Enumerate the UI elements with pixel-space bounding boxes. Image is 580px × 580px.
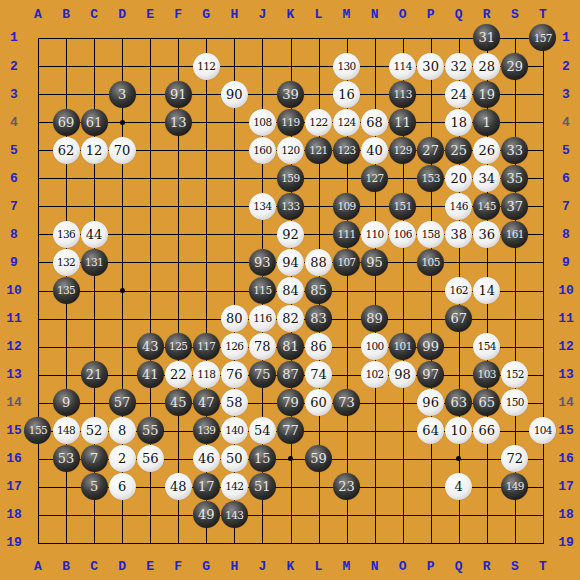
intersection-K13[interactable]: 87 <box>276 361 304 389</box>
intersection-L8[interactable] <box>304 220 332 248</box>
intersection-B7[interactable] <box>52 192 80 220</box>
intersection-N14[interactable] <box>361 389 389 417</box>
intersection-P19[interactable] <box>417 529 445 557</box>
intersection-H11[interactable]: 80 <box>220 304 248 332</box>
intersection-D17[interactable]: 6 <box>108 473 136 501</box>
intersection-P18[interactable] <box>417 501 445 529</box>
intersection-F18[interactable] <box>164 501 192 529</box>
intersection-H15[interactable]: 140 <box>220 417 248 445</box>
intersection-F10[interactable] <box>164 276 192 304</box>
intersection-L11[interactable]: 83 <box>304 304 332 332</box>
intersection-L12[interactable]: 86 <box>304 332 332 360</box>
intersection-E19[interactable] <box>136 529 164 557</box>
intersection-D4[interactable] <box>108 108 136 136</box>
intersection-T12[interactable] <box>529 332 557 360</box>
intersection-Q6[interactable]: 20 <box>445 164 473 192</box>
intersection-J3[interactable] <box>248 80 276 108</box>
intersection-S17[interactable]: 149 <box>501 473 529 501</box>
intersection-H8[interactable] <box>220 220 248 248</box>
intersection-E7[interactable] <box>136 192 164 220</box>
intersection-B17[interactable] <box>52 473 80 501</box>
intersection-D11[interactable] <box>108 304 136 332</box>
intersection-G7[interactable] <box>192 192 220 220</box>
intersection-R13[interactable]: 103 <box>473 361 501 389</box>
intersection-H13[interactable]: 76 <box>220 361 248 389</box>
intersection-H2[interactable] <box>220 52 248 80</box>
intersection-E13[interactable]: 41 <box>136 361 164 389</box>
intersection-B12[interactable] <box>52 332 80 360</box>
intersection-R9[interactable] <box>473 248 501 276</box>
intersection-G2[interactable]: 112 <box>192 52 220 80</box>
intersection-N4[interactable]: 68 <box>361 108 389 136</box>
intersection-Q11[interactable]: 67 <box>445 304 473 332</box>
intersection-F6[interactable] <box>164 164 192 192</box>
intersection-G19[interactable] <box>192 529 220 557</box>
intersection-K19[interactable] <box>276 529 304 557</box>
intersection-Q15[interactable]: 10 <box>445 417 473 445</box>
intersection-G17[interactable]: 17 <box>192 473 220 501</box>
intersection-C15[interactable]: 52 <box>80 417 108 445</box>
intersection-P7[interactable] <box>417 192 445 220</box>
intersection-O8[interactable]: 106 <box>389 220 417 248</box>
intersection-N15[interactable] <box>361 417 389 445</box>
intersection-G14[interactable]: 47 <box>192 389 220 417</box>
intersection-G9[interactable] <box>192 248 220 276</box>
intersection-L1[interactable] <box>304 24 332 52</box>
intersection-R19[interactable] <box>473 529 501 557</box>
intersection-L7[interactable] <box>304 192 332 220</box>
intersection-J14[interactable] <box>248 389 276 417</box>
intersection-G4[interactable] <box>192 108 220 136</box>
intersection-A4[interactable] <box>24 108 52 136</box>
intersection-K8[interactable]: 92 <box>276 220 304 248</box>
intersection-J13[interactable]: 75 <box>248 361 276 389</box>
intersection-O13[interactable]: 98 <box>389 361 417 389</box>
intersection-A9[interactable] <box>24 248 52 276</box>
intersection-G11[interactable] <box>192 304 220 332</box>
intersection-S10[interactable] <box>501 276 529 304</box>
intersection-B13[interactable] <box>52 361 80 389</box>
intersection-A6[interactable] <box>24 164 52 192</box>
intersection-J4[interactable]: 108 <box>248 108 276 136</box>
intersection-S8[interactable]: 161 <box>501 220 529 248</box>
intersection-P11[interactable] <box>417 304 445 332</box>
intersection-K2[interactable] <box>276 52 304 80</box>
intersection-P1[interactable] <box>417 24 445 52</box>
intersection-A17[interactable] <box>24 473 52 501</box>
intersection-C18[interactable] <box>80 501 108 529</box>
intersection-K6[interactable]: 159 <box>276 164 304 192</box>
intersection-S7[interactable]: 37 <box>501 192 529 220</box>
intersection-P4[interactable] <box>417 108 445 136</box>
intersection-H1[interactable] <box>220 24 248 52</box>
intersection-P6[interactable]: 153 <box>417 164 445 192</box>
intersection-B14[interactable]: 9 <box>52 389 80 417</box>
intersection-J15[interactable]: 54 <box>248 417 276 445</box>
intersection-A11[interactable] <box>24 304 52 332</box>
intersection-H18[interactable]: 143 <box>220 501 248 529</box>
intersection-K1[interactable] <box>276 24 304 52</box>
intersection-M12[interactable] <box>332 332 360 360</box>
intersection-F19[interactable] <box>164 529 192 557</box>
intersection-Q7[interactable]: 146 <box>445 192 473 220</box>
intersection-L2[interactable] <box>304 52 332 80</box>
intersection-T10[interactable] <box>529 276 557 304</box>
intersection-Q14[interactable]: 63 <box>445 389 473 417</box>
intersection-R7[interactable]: 145 <box>473 192 501 220</box>
intersection-K7[interactable]: 133 <box>276 192 304 220</box>
intersection-S18[interactable] <box>501 501 529 529</box>
intersection-E5[interactable] <box>136 136 164 164</box>
intersection-F11[interactable] <box>164 304 192 332</box>
intersection-O3[interactable]: 113 <box>389 80 417 108</box>
intersection-K12[interactable]: 81 <box>276 332 304 360</box>
intersection-B10[interactable]: 135 <box>52 276 80 304</box>
intersection-T7[interactable] <box>529 192 557 220</box>
intersection-Q16[interactable] <box>445 445 473 473</box>
intersection-N18[interactable] <box>361 501 389 529</box>
intersection-F16[interactable] <box>164 445 192 473</box>
intersection-Q5[interactable]: 25 <box>445 136 473 164</box>
intersection-L13[interactable]: 74 <box>304 361 332 389</box>
intersection-H16[interactable]: 50 <box>220 445 248 473</box>
intersection-D12[interactable] <box>108 332 136 360</box>
intersection-D1[interactable] <box>108 24 136 52</box>
intersection-E1[interactable] <box>136 24 164 52</box>
intersection-F9[interactable] <box>164 248 192 276</box>
intersection-E15[interactable]: 55 <box>136 417 164 445</box>
intersection-L15[interactable] <box>304 417 332 445</box>
intersection-B8[interactable]: 136 <box>52 220 80 248</box>
intersection-Q2[interactable]: 32 <box>445 52 473 80</box>
intersection-T17[interactable] <box>529 473 557 501</box>
intersection-C3[interactable] <box>80 80 108 108</box>
intersection-Q4[interactable]: 18 <box>445 108 473 136</box>
intersection-E3[interactable] <box>136 80 164 108</box>
intersection-J16[interactable]: 15 <box>248 445 276 473</box>
intersection-F14[interactable]: 45 <box>164 389 192 417</box>
intersection-C9[interactable]: 131 <box>80 248 108 276</box>
intersection-M13[interactable] <box>332 361 360 389</box>
intersection-O16[interactable] <box>389 445 417 473</box>
intersection-E18[interactable] <box>136 501 164 529</box>
intersection-J7[interactable]: 134 <box>248 192 276 220</box>
intersection-L6[interactable] <box>304 164 332 192</box>
intersection-N7[interactable] <box>361 192 389 220</box>
intersection-E6[interactable] <box>136 164 164 192</box>
intersection-G6[interactable] <box>192 164 220 192</box>
intersection-N8[interactable]: 110 <box>361 220 389 248</box>
intersection-A3[interactable] <box>24 80 52 108</box>
intersection-R16[interactable] <box>473 445 501 473</box>
intersection-C10[interactable] <box>80 276 108 304</box>
intersection-B1[interactable] <box>52 24 80 52</box>
intersection-S15[interactable] <box>501 417 529 445</box>
intersection-M11[interactable] <box>332 304 360 332</box>
intersection-K16[interactable] <box>276 445 304 473</box>
intersection-N17[interactable] <box>361 473 389 501</box>
intersection-B11[interactable] <box>52 304 80 332</box>
intersection-J11[interactable]: 116 <box>248 304 276 332</box>
intersection-P9[interactable]: 105 <box>417 248 445 276</box>
intersection-Q8[interactable]: 38 <box>445 220 473 248</box>
intersection-S5[interactable]: 33 <box>501 136 529 164</box>
intersection-Q19[interactable] <box>445 529 473 557</box>
intersection-D5[interactable]: 70 <box>108 136 136 164</box>
intersection-G18[interactable]: 49 <box>192 501 220 529</box>
intersection-G13[interactable]: 118 <box>192 361 220 389</box>
intersection-O7[interactable]: 151 <box>389 192 417 220</box>
intersection-D10[interactable] <box>108 276 136 304</box>
intersection-P13[interactable]: 97 <box>417 361 445 389</box>
intersection-N2[interactable] <box>361 52 389 80</box>
intersection-D14[interactable]: 57 <box>108 389 136 417</box>
intersection-Q17[interactable]: 4 <box>445 473 473 501</box>
intersection-D13[interactable] <box>108 361 136 389</box>
intersection-T14[interactable] <box>529 389 557 417</box>
intersection-E2[interactable] <box>136 52 164 80</box>
intersection-A18[interactable] <box>24 501 52 529</box>
intersection-A8[interactable] <box>24 220 52 248</box>
intersection-N10[interactable] <box>361 276 389 304</box>
intersection-K10[interactable]: 84 <box>276 276 304 304</box>
intersection-T8[interactable] <box>529 220 557 248</box>
intersection-N5[interactable]: 40 <box>361 136 389 164</box>
intersection-R18[interactable] <box>473 501 501 529</box>
intersection-J5[interactable]: 160 <box>248 136 276 164</box>
intersection-G16[interactable]: 46 <box>192 445 220 473</box>
intersection-P3[interactable] <box>417 80 445 108</box>
intersection-O9[interactable] <box>389 248 417 276</box>
intersection-B16[interactable]: 53 <box>52 445 80 473</box>
intersection-Q13[interactable] <box>445 361 473 389</box>
intersection-T6[interactable] <box>529 164 557 192</box>
intersection-T19[interactable] <box>529 529 557 557</box>
intersection-C14[interactable] <box>80 389 108 417</box>
intersection-L10[interactable]: 85 <box>304 276 332 304</box>
intersection-R6[interactable]: 34 <box>473 164 501 192</box>
intersection-K17[interactable] <box>276 473 304 501</box>
intersection-H14[interactable]: 58 <box>220 389 248 417</box>
intersection-G15[interactable]: 139 <box>192 417 220 445</box>
intersection-N9[interactable]: 95 <box>361 248 389 276</box>
intersection-C11[interactable] <box>80 304 108 332</box>
intersection-K5[interactable]: 120 <box>276 136 304 164</box>
intersection-E12[interactable]: 43 <box>136 332 164 360</box>
intersection-T3[interactable] <box>529 80 557 108</box>
intersection-H6[interactable] <box>220 164 248 192</box>
intersection-M10[interactable] <box>332 276 360 304</box>
intersection-O4[interactable]: 11 <box>389 108 417 136</box>
intersection-G12[interactable]: 117 <box>192 332 220 360</box>
intersection-L4[interactable]: 122 <box>304 108 332 136</box>
intersection-N19[interactable] <box>361 529 389 557</box>
intersection-L14[interactable]: 60 <box>304 389 332 417</box>
intersection-L18[interactable] <box>304 501 332 529</box>
intersection-K9[interactable]: 94 <box>276 248 304 276</box>
intersection-O1[interactable] <box>389 24 417 52</box>
intersection-M4[interactable]: 124 <box>332 108 360 136</box>
intersection-R2[interactable]: 28 <box>473 52 501 80</box>
intersection-O10[interactable] <box>389 276 417 304</box>
intersection-D16[interactable]: 2 <box>108 445 136 473</box>
intersection-T16[interactable] <box>529 445 557 473</box>
intersection-R12[interactable]: 154 <box>473 332 501 360</box>
intersection-A15[interactable]: 155 <box>24 417 52 445</box>
intersection-N13[interactable]: 102 <box>361 361 389 389</box>
intersection-M9[interactable]: 107 <box>332 248 360 276</box>
intersection-C7[interactable] <box>80 192 108 220</box>
intersection-N12[interactable]: 100 <box>361 332 389 360</box>
intersection-L3[interactable] <box>304 80 332 108</box>
intersection-F2[interactable] <box>164 52 192 80</box>
intersection-M16[interactable] <box>332 445 360 473</box>
intersection-K4[interactable]: 119 <box>276 108 304 136</box>
intersection-N11[interactable]: 89 <box>361 304 389 332</box>
intersection-E8[interactable] <box>136 220 164 248</box>
intersection-B2[interactable] <box>52 52 80 80</box>
intersection-O15[interactable] <box>389 417 417 445</box>
intersection-A16[interactable] <box>24 445 52 473</box>
intersection-O19[interactable] <box>389 529 417 557</box>
intersection-L5[interactable]: 121 <box>304 136 332 164</box>
intersection-E11[interactable] <box>136 304 164 332</box>
intersection-J10[interactable]: 115 <box>248 276 276 304</box>
intersection-R5[interactable]: 26 <box>473 136 501 164</box>
intersection-C17[interactable]: 5 <box>80 473 108 501</box>
intersection-O14[interactable] <box>389 389 417 417</box>
intersection-N1[interactable] <box>361 24 389 52</box>
intersection-A19[interactable] <box>24 529 52 557</box>
intersection-H17[interactable]: 142 <box>220 473 248 501</box>
intersection-G3[interactable] <box>192 80 220 108</box>
intersection-S11[interactable] <box>501 304 529 332</box>
intersection-S13[interactable]: 152 <box>501 361 529 389</box>
intersection-N6[interactable]: 127 <box>361 164 389 192</box>
intersection-D15[interactable]: 8 <box>108 417 136 445</box>
intersection-J9[interactable]: 93 <box>248 248 276 276</box>
intersection-E14[interactable] <box>136 389 164 417</box>
intersection-R3[interactable]: 19 <box>473 80 501 108</box>
intersection-B9[interactable]: 132 <box>52 248 80 276</box>
intersection-M18[interactable] <box>332 501 360 529</box>
intersection-M6[interactable] <box>332 164 360 192</box>
intersection-E16[interactable]: 56 <box>136 445 164 473</box>
intersection-A7[interactable] <box>24 192 52 220</box>
intersection-P5[interactable]: 27 <box>417 136 445 164</box>
intersection-M17[interactable]: 23 <box>332 473 360 501</box>
intersection-E4[interactable] <box>136 108 164 136</box>
intersection-H4[interactable] <box>220 108 248 136</box>
intersection-J1[interactable] <box>248 24 276 52</box>
intersection-N3[interactable] <box>361 80 389 108</box>
intersection-C2[interactable] <box>80 52 108 80</box>
intersection-M3[interactable]: 16 <box>332 80 360 108</box>
intersection-P12[interactable]: 99 <box>417 332 445 360</box>
intersection-A12[interactable] <box>24 332 52 360</box>
intersection-B18[interactable] <box>52 501 80 529</box>
intersection-E9[interactable] <box>136 248 164 276</box>
intersection-Q10[interactable]: 162 <box>445 276 473 304</box>
intersection-G10[interactable] <box>192 276 220 304</box>
intersection-S19[interactable] <box>501 529 529 557</box>
intersection-T4[interactable] <box>529 108 557 136</box>
intersection-J2[interactable] <box>248 52 276 80</box>
intersection-Q9[interactable] <box>445 248 473 276</box>
intersection-D3[interactable]: 3 <box>108 80 136 108</box>
intersection-E17[interactable] <box>136 473 164 501</box>
intersection-S2[interactable]: 29 <box>501 52 529 80</box>
intersection-K15[interactable]: 77 <box>276 417 304 445</box>
intersection-C1[interactable] <box>80 24 108 52</box>
intersection-E10[interactable] <box>136 276 164 304</box>
intersection-J17[interactable]: 51 <box>248 473 276 501</box>
intersection-F8[interactable] <box>164 220 192 248</box>
intersection-N16[interactable] <box>361 445 389 473</box>
intersection-S14[interactable]: 150 <box>501 389 529 417</box>
intersection-K14[interactable]: 79 <box>276 389 304 417</box>
intersection-M14[interactable]: 73 <box>332 389 360 417</box>
intersection-T2[interactable] <box>529 52 557 80</box>
intersection-H3[interactable]: 90 <box>220 80 248 108</box>
intersection-O2[interactable]: 114 <box>389 52 417 80</box>
intersection-H7[interactable] <box>220 192 248 220</box>
intersection-C5[interactable]: 12 <box>80 136 108 164</box>
intersection-C4[interactable]: 61 <box>80 108 108 136</box>
intersection-M15[interactable] <box>332 417 360 445</box>
intersection-Q12[interactable] <box>445 332 473 360</box>
intersection-R4[interactable]: 1 <box>473 108 501 136</box>
intersection-S9[interactable] <box>501 248 529 276</box>
intersection-C16[interactable]: 7 <box>80 445 108 473</box>
intersection-H12[interactable]: 126 <box>220 332 248 360</box>
intersection-R17[interactable] <box>473 473 501 501</box>
intersection-T9[interactable] <box>529 248 557 276</box>
intersection-L16[interactable]: 59 <box>304 445 332 473</box>
intersection-C13[interactable]: 21 <box>80 361 108 389</box>
intersection-O12[interactable]: 101 <box>389 332 417 360</box>
intersection-H5[interactable] <box>220 136 248 164</box>
intersection-S6[interactable]: 35 <box>501 164 529 192</box>
intersection-O17[interactable] <box>389 473 417 501</box>
intersection-M7[interactable]: 109 <box>332 192 360 220</box>
intersection-Q18[interactable] <box>445 501 473 529</box>
intersection-C19[interactable] <box>80 529 108 557</box>
intersection-B19[interactable] <box>52 529 80 557</box>
intersection-T5[interactable] <box>529 136 557 164</box>
intersection-P2[interactable]: 30 <box>417 52 445 80</box>
intersection-S1[interactable] <box>501 24 529 52</box>
intersection-B15[interactable]: 148 <box>52 417 80 445</box>
intersection-F1[interactable] <box>164 24 192 52</box>
intersection-M19[interactable] <box>332 529 360 557</box>
intersection-R10[interactable]: 14 <box>473 276 501 304</box>
intersection-O18[interactable] <box>389 501 417 529</box>
intersection-R1[interactable]: 31 <box>473 24 501 52</box>
intersection-R15[interactable]: 66 <box>473 417 501 445</box>
intersection-H9[interactable] <box>220 248 248 276</box>
intersection-D7[interactable] <box>108 192 136 220</box>
intersection-R11[interactable] <box>473 304 501 332</box>
intersection-D6[interactable] <box>108 164 136 192</box>
intersection-P16[interactable] <box>417 445 445 473</box>
intersection-O11[interactable] <box>389 304 417 332</box>
intersection-D8[interactable] <box>108 220 136 248</box>
intersection-K3[interactable]: 39 <box>276 80 304 108</box>
intersection-A2[interactable] <box>24 52 52 80</box>
intersection-P14[interactable]: 96 <box>417 389 445 417</box>
intersection-O5[interactable]: 129 <box>389 136 417 164</box>
